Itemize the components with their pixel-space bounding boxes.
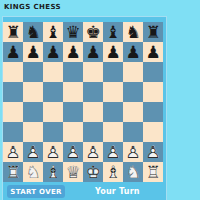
square-c4[interactable] [43, 102, 63, 122]
square-e4[interactable] [83, 102, 103, 122]
square-c7[interactable]: ♟ [43, 42, 63, 62]
piece-white-pawn[interactable]: ♟♙ [23, 142, 43, 162]
piece-glyph: ♟ [3, 42, 23, 62]
square-g4[interactable] [123, 102, 143, 122]
square-e2[interactable]: ♟♙ [83, 142, 103, 162]
square-g3[interactable] [123, 122, 143, 142]
square-f7[interactable]: ♟ [103, 42, 123, 62]
square-b7[interactable]: ♟ [23, 42, 43, 62]
square-b1[interactable]: ♞♘ [23, 162, 43, 182]
piece-white-pawn[interactable]: ♟♙ [143, 142, 163, 162]
piece-black-king[interactable]: ♚ [83, 22, 103, 42]
square-d6[interactable] [63, 62, 83, 82]
piece-white-pawn[interactable]: ♟♙ [3, 142, 23, 162]
square-b4[interactable] [23, 102, 43, 122]
piece-black-queen[interactable]: ♛ [63, 22, 83, 42]
piece-glyph: ♛ [63, 22, 83, 42]
square-g7[interactable]: ♟ [123, 42, 143, 62]
square-a4[interactable] [3, 102, 23, 122]
square-f8[interactable]: ♝ [103, 22, 123, 42]
square-b5[interactable] [23, 82, 43, 102]
square-f5[interactable] [103, 82, 123, 102]
piece-outline-glyph: ♙ [143, 142, 163, 162]
start-over-button[interactable]: START OVER [7, 185, 65, 198]
piece-glyph: ♟ [43, 42, 63, 62]
square-a7[interactable]: ♟ [3, 42, 23, 62]
piece-black-pawn[interactable]: ♟ [23, 42, 43, 62]
piece-outline-glyph: ♙ [43, 142, 63, 162]
turn-status-label: Your Turn [95, 187, 140, 196]
piece-black-pawn[interactable]: ♟ [103, 42, 123, 62]
piece-glyph: ♞ [23, 22, 43, 42]
square-g5[interactable] [123, 82, 143, 102]
piece-white-pawn[interactable]: ♟♙ [63, 142, 83, 162]
square-a1[interactable]: ♜♖ [3, 162, 23, 182]
piece-glyph: ♜ [143, 22, 163, 42]
piece-outline-glyph: ♘ [123, 162, 143, 182]
piece-glyph: ♟ [143, 42, 163, 62]
piece-white-pawn[interactable]: ♟♙ [83, 142, 103, 162]
square-g8[interactable]: ♞ [123, 22, 143, 42]
square-h4[interactable] [143, 102, 163, 122]
square-a3[interactable] [3, 122, 23, 142]
piece-outline-glyph: ♗ [43, 162, 63, 182]
piece-outline-glyph: ♖ [3, 162, 23, 182]
square-g1[interactable]: ♞♘ [123, 162, 143, 182]
piece-outline-glyph: ♙ [63, 142, 83, 162]
piece-glyph: ♟ [123, 42, 143, 62]
square-e5[interactable] [83, 82, 103, 102]
square-g2[interactable]: ♟♙ [123, 142, 143, 162]
piece-outline-glyph: ♙ [23, 142, 43, 162]
piece-glyph: ♟ [63, 42, 83, 62]
square-h5[interactable] [143, 82, 163, 102]
square-b3[interactable] [23, 122, 43, 142]
piece-outline-glyph: ♙ [83, 142, 103, 162]
square-a2[interactable]: ♟♙ [3, 142, 23, 162]
piece-black-knight[interactable]: ♞ [23, 22, 43, 42]
square-c8[interactable]: ♝ [43, 22, 63, 42]
square-h7[interactable]: ♟ [143, 42, 163, 62]
square-b8[interactable]: ♞ [23, 22, 43, 42]
square-f3[interactable] [103, 122, 123, 142]
piece-outline-glyph: ♙ [103, 142, 123, 162]
square-e8[interactable]: ♚ [83, 22, 103, 42]
piece-glyph: ♟ [23, 42, 43, 62]
piece-white-pawn[interactable]: ♟♙ [103, 142, 123, 162]
piece-black-pawn[interactable]: ♟ [143, 42, 163, 62]
piece-glyph: ♟ [103, 42, 123, 62]
piece-white-bishop[interactable]: ♝♗ [43, 162, 63, 182]
piece-white-knight[interactable]: ♞♘ [23, 162, 43, 182]
piece-black-pawn[interactable]: ♟ [83, 42, 103, 62]
square-d2[interactable]: ♟♙ [63, 142, 83, 162]
square-e3[interactable] [83, 122, 103, 142]
square-d1[interactable]: ♛♕ [63, 162, 83, 182]
game-panel: ♜♞♝♛♚♝♞♜♟♟♟♟♟♟♟♟♟♙♟♙♟♙♟♙♟♙♟♙♟♙♟♙♜♖♞♘♝♗♛♕… [2, 16, 167, 200]
piece-white-queen[interactable]: ♛♕ [63, 162, 83, 182]
piece-glyph: ♟ [83, 42, 103, 62]
piece-outline-glyph: ♙ [123, 142, 143, 162]
square-h2[interactable]: ♟♙ [143, 142, 163, 162]
piece-glyph: ♞ [123, 22, 143, 42]
piece-white-bishop[interactable]: ♝♗ [103, 162, 123, 182]
square-d4[interactable] [63, 102, 83, 122]
piece-black-pawn[interactable]: ♟ [63, 42, 83, 62]
piece-glyph: ♚ [83, 22, 103, 42]
chess-board: ♜♞♝♛♚♝♞♜♟♟♟♟♟♟♟♟♟♙♟♙♟♙♟♙♟♙♟♙♟♙♟♙♜♖♞♘♝♗♛♕… [3, 22, 163, 182]
piece-outline-glyph: ♗ [103, 162, 123, 182]
square-a5[interactable] [3, 82, 23, 102]
piece-outline-glyph: ♖ [143, 162, 163, 182]
piece-white-king[interactable]: ♚♔ [83, 162, 103, 182]
square-e6[interactable] [83, 62, 103, 82]
piece-black-rook[interactable]: ♜ [143, 22, 163, 42]
square-d5[interactable] [63, 82, 83, 102]
square-h1[interactable]: ♜♖ [143, 162, 163, 182]
piece-black-pawn[interactable]: ♟ [43, 42, 63, 62]
square-e7[interactable]: ♟ [83, 42, 103, 62]
square-h3[interactable] [143, 122, 163, 142]
page-title: KINGS CHESS [4, 3, 61, 11]
piece-white-pawn[interactable]: ♟♙ [123, 142, 143, 162]
piece-glyph: ♝ [43, 22, 63, 42]
square-d8[interactable]: ♛ [63, 22, 83, 42]
square-f2[interactable]: ♟♙ [103, 142, 123, 162]
piece-black-knight[interactable]: ♞ [123, 22, 143, 42]
piece-outline-glyph: ♙ [3, 142, 23, 162]
square-g6[interactable] [123, 62, 143, 82]
piece-white-knight[interactable]: ♞♘ [123, 162, 143, 182]
square-a6[interactable] [3, 62, 23, 82]
bottom-bar: START OVER Your Turn [3, 182, 166, 200]
piece-black-rook[interactable]: ♜ [3, 22, 23, 42]
piece-glyph: ♜ [3, 22, 23, 42]
piece-white-rook[interactable]: ♜♖ [143, 162, 163, 182]
piece-white-rook[interactable]: ♜♖ [3, 162, 23, 182]
square-c1[interactable]: ♝♗ [43, 162, 63, 182]
square-c3[interactable] [43, 122, 63, 142]
square-a8[interactable]: ♜ [3, 22, 23, 42]
piece-black-pawn[interactable]: ♟ [3, 42, 23, 62]
square-f6[interactable] [103, 62, 123, 82]
piece-glyph: ♝ [103, 22, 123, 42]
square-b2[interactable]: ♟♙ [23, 142, 43, 162]
piece-outline-glyph: ♔ [83, 162, 103, 182]
square-b6[interactable] [23, 62, 43, 82]
square-c5[interactable] [43, 82, 63, 102]
piece-black-bishop[interactable]: ♝ [103, 22, 123, 42]
piece-black-bishop[interactable]: ♝ [43, 22, 63, 42]
piece-outline-glyph: ♕ [63, 162, 83, 182]
square-e1[interactable]: ♚♔ [83, 162, 103, 182]
square-h8[interactable]: ♜ [143, 22, 163, 42]
square-h6[interactable] [143, 62, 163, 82]
piece-outline-glyph: ♘ [23, 162, 43, 182]
piece-white-pawn[interactable]: ♟♙ [43, 142, 63, 162]
square-d7[interactable]: ♟ [63, 42, 83, 62]
square-d3[interactable] [63, 122, 83, 142]
square-c2[interactable]: ♟♙ [43, 142, 63, 162]
piece-black-pawn[interactable]: ♟ [123, 42, 143, 62]
square-f1[interactable]: ♝♗ [103, 162, 123, 182]
square-c6[interactable] [43, 62, 63, 82]
square-f4[interactable] [103, 102, 123, 122]
